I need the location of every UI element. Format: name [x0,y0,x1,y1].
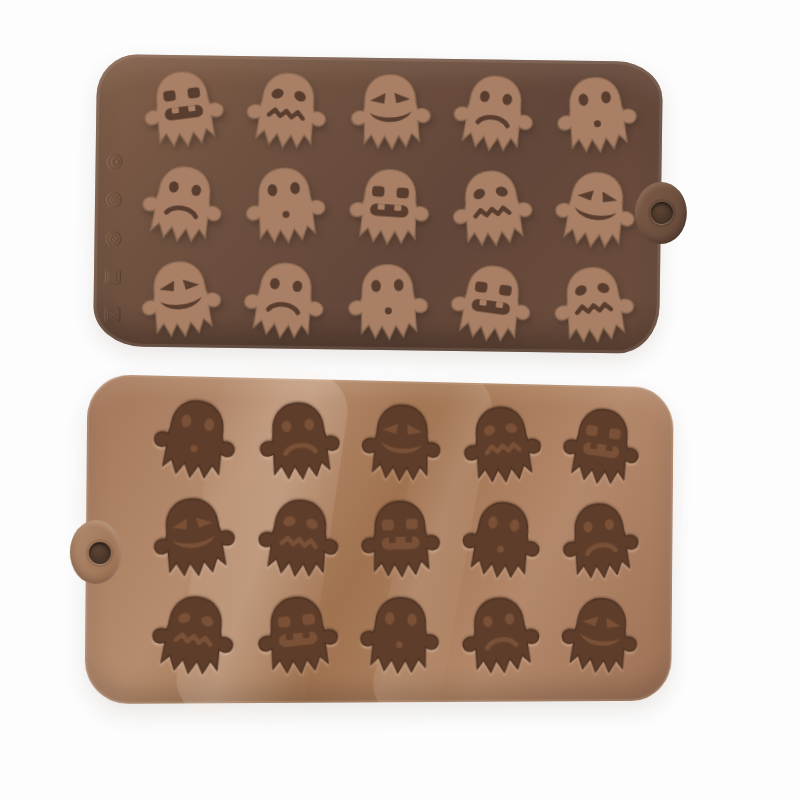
ghost-relief-sad [441,67,546,163]
food-safe-icon: ⊛ [106,192,121,207]
dishwasher-safe-icon: ▦ [105,269,120,284]
hanging-tab [70,520,122,584]
ghost-cavity-surprised [451,494,551,590]
product-photo: ♻⊛⊘▦△ [0,0,800,800]
ghost-relief-jack [132,63,237,159]
ghost-grid-front [129,63,649,346]
ghost-cavity-sad [450,590,550,686]
embossed-certification-marks: ♻⊛⊘▦△ [100,154,126,322]
ghost-relief-surprised [544,68,649,164]
ghost-relief-evil [543,163,648,259]
ghost-relief-jack [337,160,442,256]
ghost-cavity-worried [452,398,552,495]
ghost-cavity-jack [350,492,452,589]
recycle-icon: ♻ [107,154,122,169]
ghost-cavity-evil [351,396,453,494]
ghost-cavity-evil [141,490,247,589]
ghost-grid-back [140,391,650,682]
ghost-cavity-surprised [349,589,451,686]
ghost-cavity-worried [246,491,350,589]
mold-back-tray [85,374,674,704]
mold-front-tray: ♻⊛⊘▦△ [93,54,663,354]
ghost-relief-worried [235,64,340,160]
ghost-cavity-surprised [142,391,248,491]
food-grade-triangle-icon: △ [105,307,120,322]
ghost-cavity-worried [140,588,246,687]
non-toxic-icon: ⊘ [106,231,121,246]
ghost-cavity-sad [247,394,351,493]
ghost-relief-surprised [233,159,338,255]
ghost-relief-sad [130,157,235,253]
ghost-relief-jack [439,257,544,353]
hanging-hole [89,542,111,564]
ghost-cavity-jack [246,589,350,687]
ghost-relief-evil [338,65,443,161]
ghost-relief-worried [542,258,647,354]
hanging-hole [651,202,673,224]
ghost-cavity-sad [551,495,650,590]
ghost-relief-sad [232,254,337,350]
ghost-relief-worried [440,162,545,258]
ghost-cavity-jack [552,400,651,496]
ghost-cavity-evil [550,590,649,685]
ghost-relief-surprised [335,255,440,351]
ghost-relief-evil [129,252,234,348]
